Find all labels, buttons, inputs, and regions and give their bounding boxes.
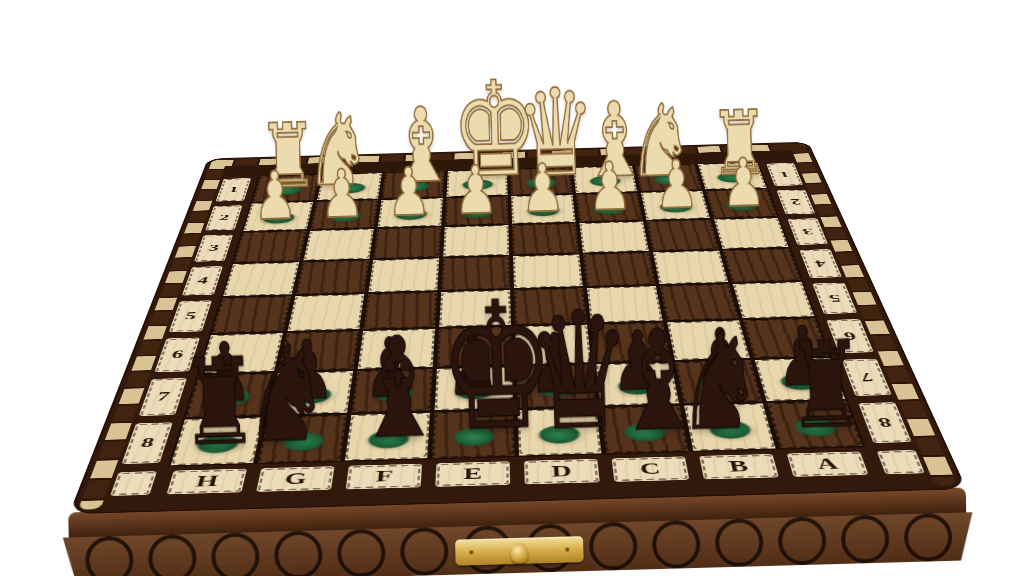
rank-label-5-right-text: 5: [827, 292, 843, 304]
file-label-f-text: F: [375, 467, 394, 486]
carved-circle-icon: [651, 520, 700, 569]
square-h1[interactable]: [250, 174, 321, 203]
black-rook-glyph: ♜: [785, 328, 852, 443]
square-a3[interactable]: [712, 217, 791, 250]
file-label-c: C: [612, 456, 690, 481]
black-bishop-glyph: ♝: [611, 315, 679, 448]
corner-cell-right: [874, 449, 928, 476]
square-e3[interactable]: [441, 224, 511, 257]
carved-circle-icon: [336, 529, 385, 576]
file-label-g: G: [256, 466, 334, 492]
file-label-d-text: D: [551, 462, 572, 481]
rank-label-1-left-text: 1: [228, 185, 240, 194]
rank-label-4-right-text: 4: [813, 258, 828, 269]
rank-label-3-left: 3: [194, 235, 233, 262]
rank-label-1-right-text: 1: [778, 170, 791, 179]
carved-circle-icon: [777, 516, 826, 565]
square-c3[interactable]: [577, 221, 650, 254]
square-b2[interactable]: [639, 190, 712, 220]
carved-circle-icon: [273, 530, 322, 576]
file-label-d: D: [524, 459, 600, 485]
board-plane: 12345678 12345678 HGFEDCBA ♜♞♝♚♛♝♞♜♟♟♟♟♟…: [69, 142, 967, 515]
square-g1[interactable]: [315, 172, 384, 201]
carved-circle-icon: [588, 522, 637, 571]
chess-set-photo: 12345678 12345678 HGFEDCBA ♜♞♝♚♛♝♞♜♟♟♟♟♟…: [0, 0, 1024, 576]
square-b1[interactable]: [634, 164, 704, 192]
rank-label-2-right-text: 2: [789, 197, 802, 207]
square-d2[interactable]: [509, 194, 577, 225]
file-label-b: B: [699, 454, 779, 479]
piece-black-queen-d8[interactable]: ♛: [515, 407, 604, 457]
black-king-glyph: ♚: [436, 284, 505, 453]
square-b4[interactable]: [651, 250, 731, 285]
square-e2[interactable]: [443, 196, 510, 227]
carved-circle-icon: [840, 515, 889, 564]
carved-circle-icon: [210, 532, 259, 576]
rank-label-1-right: 1: [766, 163, 803, 186]
rank-label-5-left-text: 5: [183, 310, 198, 323]
square-b3[interactable]: [645, 219, 721, 252]
corner-cell-left: [107, 470, 160, 498]
carved-circle-icon: [714, 518, 763, 567]
carved-circle-icon: [147, 534, 196, 576]
file-label-e-text: E: [463, 465, 482, 484]
carved-circle-icon: [84, 536, 133, 576]
rank-label-8-right-text: 8: [875, 414, 894, 430]
file-label-h: H: [167, 469, 247, 495]
file-label-f: F: [346, 464, 422, 490]
brass-latch: [455, 536, 584, 566]
square-h2[interactable]: [241, 201, 315, 232]
rank-label-4-left: 4: [182, 266, 223, 295]
rank-label-7-left-text: 7: [155, 389, 172, 404]
black-rook-glyph: ♜: [178, 345, 245, 460]
carved-circle-icon: [399, 527, 448, 576]
rank-label-8-left-text: 8: [139, 435, 157, 451]
square-a1[interactable]: [696, 162, 768, 190]
piece-black-knight-b8[interactable]: ♞: [682, 402, 779, 452]
latch-screw-icon: [565, 548, 569, 552]
file-label-b-text: B: [727, 457, 750, 475]
black-knight-glyph: ♞: [264, 329, 332, 457]
rank-label-3-left-text: 3: [207, 243, 220, 254]
latch-knob-icon: [510, 543, 529, 563]
latch-screw-icon: [469, 550, 473, 554]
file-label-a-text: A: [814, 455, 840, 473]
black-knight-glyph: ♞: [698, 317, 766, 445]
black-bishop-glyph: ♝: [351, 322, 419, 455]
rank-label-4-left-text: 4: [196, 275, 210, 287]
square-a2[interactable]: [704, 188, 779, 218]
piece-black-rook-a8[interactable]: ♜: [765, 400, 866, 450]
file-label-g-text: G: [283, 470, 308, 489]
rank-label-1-left: 1: [216, 178, 252, 201]
rank-label-2-left-text: 2: [218, 213, 231, 223]
chess-box-assembly: 12345678 12345678 HGFEDCBA ♜♞♝♚♛♝♞♜♟♟♟♟♟…: [0, 0, 1024, 576]
file-label-e: E: [435, 461, 510, 487]
black-queen-glyph: ♛: [524, 295, 592, 450]
square-f4[interactable]: [366, 257, 441, 293]
square-c2[interactable]: [574, 192, 645, 223]
rank-label-3-right-text: 3: [800, 226, 814, 237]
square-a4[interactable]: [721, 248, 803, 283]
square-f1[interactable]: [380, 171, 446, 200]
square-d3[interactable]: [510, 223, 581, 256]
square-h4[interactable]: [221, 261, 302, 297]
square-h3[interactable]: [231, 230, 308, 263]
carved-circle-icon: [903, 513, 952, 562]
file-label-a: A: [787, 451, 869, 476]
piece-black-bishop-f8[interactable]: ♝: [342, 411, 432, 461]
file-label-h-text: H: [194, 472, 221, 491]
rank-label-8-left: 8: [122, 422, 173, 464]
file-label-c-text: C: [639, 460, 662, 478]
rank-label-2-left: 2: [205, 205, 242, 230]
square-g2[interactable]: [308, 199, 379, 230]
square-d1[interactable]: [509, 167, 575, 196]
square-c1[interactable]: [571, 165, 639, 193]
square-f3[interactable]: [371, 226, 443, 259]
square-e1[interactable]: [445, 169, 510, 198]
square-f2[interactable]: [376, 197, 445, 228]
square-g3[interactable]: [301, 228, 375, 261]
piece-black-knight-g8[interactable]: ♞: [255, 414, 349, 465]
square-g4[interactable]: [294, 259, 372, 295]
